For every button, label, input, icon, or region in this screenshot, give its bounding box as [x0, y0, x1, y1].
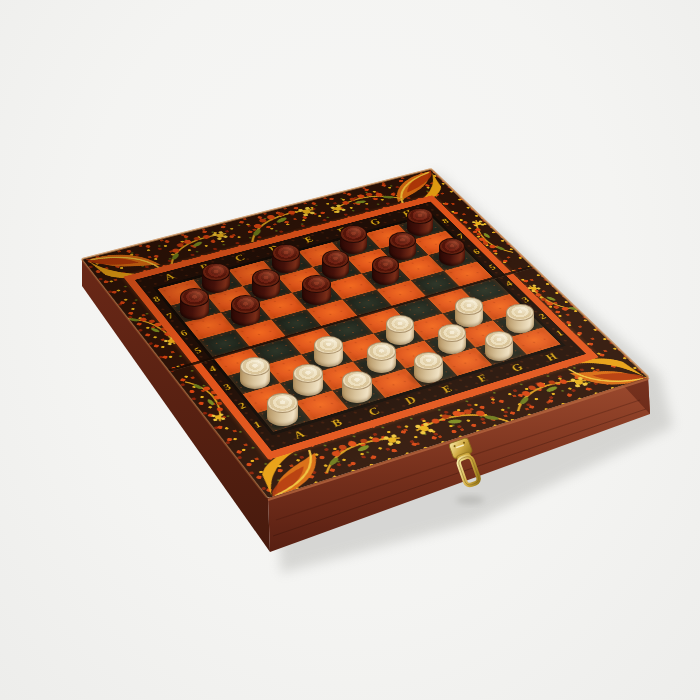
- brass-clasp: [449, 437, 483, 487]
- board-top: AABBCCDDEEFFGGHH1122334455667788: [82, 169, 648, 498]
- lighting-shade: [82, 169, 648, 498]
- product-photo: AABBCCDDEEFFGGHH1122334455667788: [0, 0, 700, 700]
